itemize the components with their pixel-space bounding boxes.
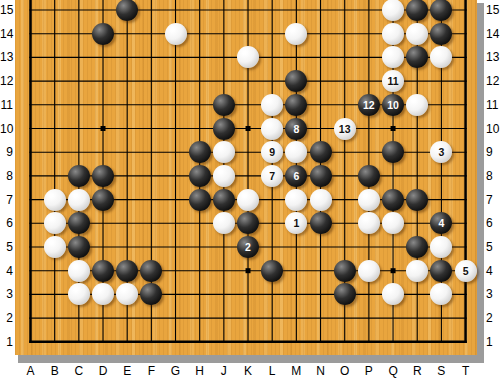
row-label-left-8: 8 — [0, 169, 13, 183]
stone-white-B6 — [44, 212, 66, 234]
stone-white-O10: 13 — [334, 118, 356, 140]
stone-black-D4 — [92, 260, 114, 282]
stone-black-K5: 2 — [237, 236, 259, 258]
stone-black-H7 — [189, 189, 211, 211]
stone-black-D14 — [92, 23, 114, 45]
stone-black-S14 — [430, 23, 452, 45]
stone-black-C8 — [68, 165, 90, 187]
stone-white-B5 — [44, 236, 66, 258]
row-label-left-4: 4 — [0, 264, 13, 278]
stone-black-M10: 8 — [285, 118, 307, 140]
col-label-N: N — [311, 364, 331, 378]
stone-white-J8 — [213, 165, 235, 187]
stone-black-J7 — [213, 189, 235, 211]
row-label-left-13: 13 — [0, 50, 13, 64]
row-label-right-8: 8 — [486, 169, 500, 183]
col-label-P: P — [359, 364, 379, 378]
stone-white-P4 — [358, 260, 380, 282]
col-label-L: L — [262, 364, 282, 378]
stone-black-C5 — [68, 236, 90, 258]
stone-black-H9 — [189, 141, 211, 163]
col-label-S: S — [431, 364, 451, 378]
col-label-J: J — [214, 364, 234, 378]
row-label-right-14: 14 — [486, 27, 500, 41]
row-label-right-12: 12 — [486, 74, 500, 88]
col-label-M: M — [286, 364, 306, 378]
row-label-right-10: 10 — [486, 122, 500, 136]
row-label-left-9: 9 — [0, 145, 13, 159]
row-label-right-3: 3 — [486, 287, 500, 301]
row-label-left-5: 5 — [0, 240, 13, 254]
row-label-right-5: 5 — [486, 240, 500, 254]
row-label-right-11: 11 — [486, 98, 500, 112]
stone-white-B7 — [44, 189, 66, 211]
stone-black-L4 — [261, 260, 283, 282]
row-label-left-6: 6 — [0, 216, 13, 230]
stone-black-F4 — [140, 260, 162, 282]
row-label-left-7: 7 — [0, 193, 13, 207]
go-board-screenshot: 151413121110987654321 151413121110987654… — [0, 0, 500, 380]
stone-white-L10 — [261, 118, 283, 140]
stone-white-P6 — [358, 212, 380, 234]
row-label-right-9: 9 — [486, 145, 500, 159]
stone-black-N6 — [310, 212, 332, 234]
col-label-R: R — [407, 364, 427, 378]
stone-white-R11 — [406, 94, 428, 116]
stone-white-P7 — [358, 189, 380, 211]
stone-white-J9 — [213, 141, 235, 163]
row-label-right-13: 13 — [486, 50, 500, 64]
row-label-left-15: 15 — [0, 3, 13, 17]
stone-white-G14 — [165, 23, 187, 45]
row-label-left-2: 2 — [0, 311, 13, 325]
stone-white-M14 — [285, 23, 307, 45]
stone-white-R4 — [406, 260, 428, 282]
stone-white-L8: 7 — [261, 165, 283, 187]
col-label-H: H — [190, 364, 210, 378]
row-label-right-7: 7 — [486, 193, 500, 207]
stone-black-O4 — [334, 260, 356, 282]
row-label-right-2: 2 — [486, 311, 500, 325]
row-label-left-1: 1 — [0, 335, 13, 349]
col-label-G: G — [166, 364, 186, 378]
stone-black-Q11: 10 — [382, 94, 404, 116]
row-label-left-10: 10 — [0, 122, 13, 136]
row-label-right-4: 4 — [486, 264, 500, 278]
stone-black-P8 — [358, 165, 380, 187]
stone-white-C4 — [68, 260, 90, 282]
stone-black-M11 — [285, 94, 307, 116]
stone-black-N9 — [310, 141, 332, 163]
stone-black-C6 — [68, 212, 90, 234]
stone-white-L11 — [261, 94, 283, 116]
row-label-left-11: 11 — [0, 98, 13, 112]
stone-black-E4 — [116, 260, 138, 282]
stone-white-N7 — [310, 189, 332, 211]
stone-white-K7 — [237, 189, 259, 211]
row-label-right-1: 1 — [486, 335, 500, 349]
col-label-B: B — [45, 364, 65, 378]
col-label-Q: Q — [383, 364, 403, 378]
stone-black-H8 — [189, 165, 211, 187]
stone-black-R7 — [406, 189, 428, 211]
stone-white-C7 — [68, 189, 90, 211]
stone-black-Q7 — [382, 189, 404, 211]
stone-white-T4: 5 — [455, 260, 477, 282]
row-label-left-3: 3 — [0, 287, 13, 301]
stone-black-D8 — [92, 165, 114, 187]
col-label-D: D — [93, 364, 113, 378]
stone-white-J6 — [213, 212, 235, 234]
stone-black-N8 — [310, 165, 332, 187]
col-label-E: E — [117, 364, 137, 378]
row-label-left-14: 14 — [0, 27, 13, 41]
stone-black-D7 — [92, 189, 114, 211]
stone-black-J11 — [213, 94, 235, 116]
row-label-right-15: 15 — [486, 3, 500, 17]
stone-black-J10 — [213, 118, 235, 140]
col-label-F: F — [141, 364, 161, 378]
stone-white-R14 — [406, 23, 428, 45]
stone-white-Q14 — [382, 23, 404, 45]
stone-black-S4 — [430, 260, 452, 282]
stone-black-P11: 12 — [358, 94, 380, 116]
col-label-K: K — [238, 364, 258, 378]
stone-white-Q12: 11 — [382, 70, 404, 92]
col-label-A: A — [21, 364, 41, 378]
stone-white-M7 — [285, 189, 307, 211]
col-label-C: C — [69, 364, 89, 378]
row-label-right-6: 6 — [486, 216, 500, 230]
row-label-left-12: 12 — [0, 74, 13, 88]
col-label-O: O — [335, 364, 355, 378]
stone-black-O3 — [334, 283, 356, 305]
col-label-T: T — [456, 364, 476, 378]
